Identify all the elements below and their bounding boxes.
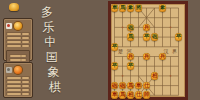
stat-row[interactable] — [6, 76, 30, 79]
stat-value-bar — [22, 89, 29, 91]
stat-row[interactable] — [6, 80, 30, 83]
player-avatar-icon[interactable] — [6, 67, 12, 73]
stat-label-bar — [7, 89, 21, 91]
title-char: 象 — [47, 66, 59, 78]
stat-value-bar — [22, 93, 29, 95]
piece-red-相[interactable]: 相 — [151, 72, 159, 80]
stat-label-bar — [7, 33, 21, 35]
player-panel-bottom[interactable] — [3, 62, 33, 98]
stat-label-bar — [7, 81, 21, 83]
stat-value-bar — [22, 85, 29, 87]
game-screen: { "app": { "title": "多乐中国象棋" }, "menu_ic… — [0, 0, 200, 100]
stat-row[interactable] — [9, 58, 27, 61]
panel-bottom-header — [5, 64, 31, 74]
player-panel-top[interactable] — [3, 18, 33, 61]
stat-value-bar — [21, 55, 26, 57]
stat-value-bar — [22, 41, 29, 43]
piece-black-卒[interactable]: 卒 — [111, 43, 119, 51]
stat-label-bar — [10, 59, 21, 61]
stat-row[interactable] — [9, 54, 27, 57]
stat-row[interactable] — [6, 40, 30, 43]
stat-row[interactable] — [6, 92, 30, 95]
piece-red-相[interactable]: 相 — [127, 91, 135, 99]
stat-value-bar — [22, 33, 29, 35]
title-char: 乐 — [43, 21, 55, 33]
app-title: 多乐中国象棋 — [38, 6, 60, 100]
stat-value-bar — [22, 37, 29, 39]
menu-ingot-icon[interactable] — [9, 3, 19, 11]
player-avatar-icon[interactable] — [6, 23, 12, 29]
stat-row[interactable] — [6, 44, 30, 47]
stat-row[interactable] — [6, 36, 30, 39]
stat-label-bar — [10, 55, 21, 57]
piece-red-帥[interactable]: 帥 — [143, 91, 151, 99]
stat-row[interactable] — [6, 88, 30, 91]
piece-red-仕[interactable]: 仕 — [135, 91, 143, 99]
piece-red-車[interactable]: 車 — [111, 91, 119, 99]
piece-red-馬[interactable]: 馬 — [119, 91, 127, 99]
stat-row[interactable] — [6, 84, 30, 87]
title-char: 国 — [46, 51, 58, 63]
title-char: 中 — [44, 36, 56, 48]
stat-label-bar — [7, 85, 21, 87]
stat-value-bar — [21, 59, 26, 61]
panel-top-header — [5, 20, 31, 30]
stat-value-bar — [22, 77, 29, 79]
xiangqi-board[interactable]: 楚 河 汉 界 車馬象將象砲兵馬卒砲卒卒兵兵兵卒卒相砲砲馬車仕車馬相仕帥 — [108, 1, 188, 100]
stat-label-bar — [7, 93, 21, 95]
river-right-label: 汉 界 — [163, 48, 178, 54]
stat-value-bar — [22, 45, 29, 47]
stat-row[interactable] — [6, 32, 30, 35]
orange-medal-icon[interactable] — [14, 66, 22, 74]
stat-label-bar — [7, 77, 21, 79]
stat-label-bar — [7, 37, 21, 39]
stat-value-bar — [22, 81, 29, 83]
stat-label-bar — [7, 41, 21, 43]
title-char: 多 — [41, 6, 53, 18]
stat-rows-top — [5, 30, 31, 49]
gold-medal-icon[interactable] — [14, 22, 22, 30]
stat-rows-bottom — [5, 74, 31, 97]
title-char: 棋 — [49, 81, 61, 93]
stat-label-bar — [7, 45, 21, 47]
